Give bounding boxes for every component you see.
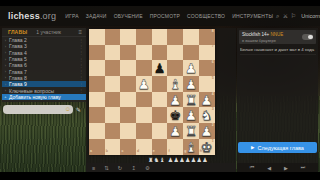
white-pawn-g5[interactable]: ♟ bbox=[183, 76, 199, 92]
square-h5[interactable]: 5 bbox=[199, 76, 215, 92]
chapter-options-icon[interactable]: ⋮ bbox=[79, 63, 83, 68]
white-rook-g4[interactable]: ♜ bbox=[183, 92, 199, 108]
menu-item-0[interactable]: ИГРА bbox=[65, 13, 78, 19]
square-a6[interactable] bbox=[89, 60, 105, 76]
square-c3[interactable] bbox=[120, 107, 136, 123]
chapter-label: Добавить новую главу bbox=[9, 94, 61, 100]
engine-text: Stockfish 14+ NNUE в вашем браузере bbox=[242, 32, 283, 43]
chapter-options-icon[interactable]: ⋮ bbox=[79, 50, 83, 55]
square-h1[interactable]: 1h♚ bbox=[199, 139, 215, 155]
square-b3[interactable] bbox=[105, 107, 121, 123]
square-d2[interactable] bbox=[136, 123, 152, 139]
square-c5[interactable] bbox=[120, 76, 136, 92]
square-g7[interactable] bbox=[183, 45, 199, 61]
next-move-icon[interactable]: ▶ bbox=[284, 165, 288, 171]
material-advantage: ♜♞♝ ♟♟♟♟♟♟♟ bbox=[148, 156, 208, 163]
square-f3[interactable]: ♚ bbox=[167, 107, 183, 123]
square-a1[interactable]: a bbox=[89, 139, 105, 155]
square-e2[interactable] bbox=[152, 123, 168, 139]
chapter-options-icon[interactable]: ⋮ bbox=[79, 69, 83, 74]
square-e6[interactable]: ♟ bbox=[152, 60, 168, 76]
video-frame: lichess.org ИГРАЗАДАЧИОБУЧЕНИЕПРОСМОТРСО… bbox=[0, 0, 320, 180]
square-c4[interactable] bbox=[120, 92, 136, 108]
chapter-label: Глава 4 bbox=[9, 50, 27, 56]
rank-label: 6 bbox=[212, 61, 214, 65]
square-c7[interactable] bbox=[120, 45, 136, 61]
smiley-icon[interactable]: ☺ bbox=[65, 106, 71, 112]
chapter-label: Глава 2 bbox=[9, 37, 27, 43]
square-f2[interactable]: ♟ bbox=[167, 123, 183, 139]
file-label: a bbox=[90, 150, 92, 154]
white-pawn-f4[interactable]: ♟ bbox=[167, 92, 183, 108]
square-g3[interactable]: ♟ bbox=[183, 107, 199, 123]
letterbox-bottom bbox=[0, 172, 320, 180]
white-pawn-f2[interactable]: ♟ bbox=[167, 123, 183, 139]
square-h6[interactable]: 6 bbox=[199, 60, 215, 76]
play-icon: ▶ bbox=[251, 145, 254, 150]
engine-subtitle: в вашем браузере bbox=[242, 38, 283, 43]
top-navbar: lichess.org ИГРАЗАДАЧИОБУЧЕНИЕПРОСМОТРСО… bbox=[0, 6, 320, 26]
square-e1[interactable]: e bbox=[152, 139, 168, 155]
board-panel: 87♟♟6♟♝♟5♟♜4♟♚♟3♞♟♜2♟abcdefg♝1h♚ ♜♞♝ ♟♟♟… bbox=[86, 28, 236, 172]
toggle-knob bbox=[308, 35, 313, 40]
square-d4[interactable] bbox=[136, 92, 152, 108]
prev-move-icon[interactable]: ◀ bbox=[267, 165, 271, 171]
navbar-icons: ⌕⚔⚐ bbox=[273, 12, 296, 20]
square-e3[interactable] bbox=[152, 107, 168, 123]
navbar-right: ⌕⚔⚐ Unicorn1Law ⋮ bbox=[273, 12, 320, 20]
square-g5[interactable]: ♟ bbox=[183, 76, 199, 92]
square-f6[interactable] bbox=[167, 60, 183, 76]
chapter-tick-icon: › bbox=[2, 57, 9, 62]
square-h8[interactable]: 8 bbox=[199, 29, 215, 45]
challenge-icon[interactable]: ⚔ bbox=[282, 13, 287, 19]
chapter-tick-icon: › bbox=[2, 75, 9, 80]
chapter-label: Ключевые вопросы bbox=[9, 88, 54, 94]
chapter-options-icon[interactable]: ⋮ bbox=[79, 38, 83, 43]
chapter-list: ›Глава 2⋮›Глава 3⋮›Глава 4⋮›Глава 5⋮›Гла… bbox=[2, 37, 86, 100]
file-label: c bbox=[121, 150, 123, 154]
chapter-options-icon[interactable]: ⋮ bbox=[79, 75, 83, 80]
square-h3[interactable]: 3♞ bbox=[199, 107, 215, 123]
square-b6[interactable] bbox=[105, 60, 121, 76]
square-g2[interactable]: ♜ bbox=[183, 123, 199, 139]
analysis-panel: Stockfish 14+ NNUE в вашем браузере Белы… bbox=[237, 28, 318, 172]
square-f1[interactable]: f bbox=[167, 139, 183, 155]
white-king-h1[interactable]: ♚ bbox=[199, 139, 215, 155]
menu-icon[interactable]: ≡ bbox=[92, 165, 95, 171]
square-g8[interactable] bbox=[183, 29, 199, 45]
engine-toggle[interactable] bbox=[302, 34, 313, 40]
analysis-icon[interactable]: ↻ bbox=[118, 165, 123, 171]
tab-members[interactable]: 1 участник bbox=[36, 29, 61, 35]
square-c1[interactable]: c bbox=[120, 139, 136, 155]
white-rook-g2[interactable]: ♜ bbox=[183, 123, 199, 139]
chapter-label: Глава 6 bbox=[9, 62, 27, 68]
sidebar-tabs: ГЛАВЫ 1 участник ≡ bbox=[2, 28, 86, 37]
chat-line: ☺ ✎ bbox=[3, 104, 85, 114]
square-b2[interactable] bbox=[105, 123, 121, 139]
menu-item-2[interactable]: ОБУЧЕНИЕ bbox=[114, 13, 143, 19]
square-g6[interactable]: ♟ bbox=[183, 60, 199, 76]
edit-pencil-icon[interactable]: ✎ bbox=[76, 106, 81, 113]
chess-board[interactable]: 87♟♟6♟♝♟5♟♜4♟♚♟3♞♟♜2♟abcdefg♝1h♚ bbox=[89, 29, 215, 155]
menu-item-4[interactable]: СООБЩЕСТВО bbox=[187, 13, 225, 19]
black-king-f3[interactable]: ♚ bbox=[167, 107, 183, 123]
square-f4[interactable]: ♟ bbox=[167, 92, 183, 108]
square-d1[interactable]: d bbox=[136, 139, 152, 155]
square-g4[interactable]: ♜ bbox=[183, 92, 199, 108]
square-b1[interactable]: b bbox=[105, 139, 121, 155]
rank-label: 5 bbox=[212, 77, 214, 81]
tab-chapters[interactable]: ГЛАВЫ bbox=[8, 29, 27, 35]
white-bishop-g1[interactable]: ♝ bbox=[183, 139, 199, 155]
square-f5[interactable]: ♝ bbox=[167, 76, 183, 92]
square-d5[interactable]: ♟ bbox=[136, 76, 152, 92]
square-b4[interactable] bbox=[105, 92, 121, 108]
chapter-options-icon[interactable]: ⋮ bbox=[79, 82, 83, 87]
rank-label: 7 bbox=[212, 45, 214, 49]
square-a5[interactable] bbox=[89, 76, 105, 92]
share-icon[interactable]: ↥ bbox=[131, 165, 136, 171]
menu-item-5[interactable]: ИНСТРУМЕНТЫ bbox=[232, 13, 273, 19]
lichess-logo[interactable]: lichess.org bbox=[8, 11, 56, 21]
square-d8[interactable] bbox=[136, 29, 152, 45]
square-c6[interactable] bbox=[120, 60, 136, 76]
menu-item-3[interactable]: ПРОСМОТР bbox=[150, 13, 180, 19]
file-label: f bbox=[168, 150, 169, 154]
menu-item-1[interactable]: ЗАДАЧИ bbox=[86, 13, 107, 19]
square-e7[interactable] bbox=[152, 45, 168, 61]
white-pawn-h4[interactable]: ♟ bbox=[199, 92, 215, 108]
chapter-options-icon[interactable]: ⋮ bbox=[79, 44, 83, 49]
chapter-description: Белые начинают и дают мат в 4 хода bbox=[240, 47, 316, 55]
white-knight-h3[interactable]: ♞ bbox=[199, 107, 215, 123]
square-e5[interactable] bbox=[152, 76, 168, 92]
study-sidebar: ГЛАВЫ 1 участник ≡ ›Глава 2⋮›Глава 3⋮›Гл… bbox=[2, 28, 86, 102]
square-c2[interactable] bbox=[120, 123, 136, 139]
chapter-label: Глава 5 bbox=[9, 56, 27, 62]
next-chapter-label: Следующая глава bbox=[258, 145, 304, 151]
main-menu: ИГРАЗАДАЧИОБУЧЕНИЕПРОСМОТРСООБЩЕСТВОИНСТ… bbox=[65, 13, 273, 19]
hamburger-icon[interactable]: ≡ bbox=[78, 29, 82, 35]
engine-name: Stockfish 14+ NNUE bbox=[242, 32, 283, 37]
square-d7[interactable] bbox=[136, 45, 152, 61]
square-f7[interactable] bbox=[167, 45, 183, 61]
file-label: d bbox=[137, 150, 139, 154]
chapter-tick-icon: › bbox=[2, 38, 9, 43]
chapter-options-icon[interactable]: ⋮ bbox=[79, 88, 83, 93]
file-label: e bbox=[153, 150, 155, 154]
settings-gear-icon[interactable]: ⚙ bbox=[145, 165, 150, 171]
first-move-icon[interactable]: ⏮ bbox=[250, 164, 255, 171]
chapter-options-icon[interactable]: ⋮ bbox=[79, 57, 83, 62]
last-move-icon[interactable]: ⏭ bbox=[301, 164, 306, 171]
white-pawn-d5[interactable]: ♟ bbox=[136, 76, 152, 92]
square-h4[interactable]: 4♟ bbox=[199, 92, 215, 108]
chapter-tick-icon: › bbox=[2, 63, 9, 68]
white-pawn-g3[interactable]: ♟ bbox=[183, 107, 199, 123]
white-pawn-g6[interactable]: ♟ bbox=[183, 60, 199, 76]
square-b8[interactable] bbox=[105, 29, 121, 45]
plus-icon: + bbox=[2, 94, 9, 99]
rank-label: 8 bbox=[212, 30, 214, 34]
chapter-label: Глава 9 bbox=[9, 81, 27, 87]
file-label: b bbox=[106, 150, 108, 154]
square-a4[interactable] bbox=[89, 92, 105, 108]
chapter-tick-icon: › bbox=[2, 88, 9, 93]
username[interactable]: Unicorn1Law bbox=[301, 13, 320, 19]
square-c8[interactable] bbox=[120, 29, 136, 45]
chapter-tick-icon: › bbox=[2, 82, 9, 87]
chapter-tick-icon: › bbox=[2, 69, 9, 74]
square-a7[interactable] bbox=[89, 45, 105, 61]
square-d3[interactable] bbox=[136, 107, 152, 123]
white-bishop-f5[interactable]: ♝ bbox=[167, 76, 183, 92]
square-a3[interactable] bbox=[89, 107, 105, 123]
add-chapter-row[interactable]: +Добавить новую главу bbox=[2, 94, 86, 100]
search-icon[interactable]: ⌕ bbox=[276, 13, 279, 19]
square-b7[interactable] bbox=[105, 45, 121, 61]
chat-input[interactable]: ☺ bbox=[3, 105, 73, 114]
next-chapter-button[interactable]: ▶ Следующая глава bbox=[238, 142, 317, 153]
flip-board-icon[interactable]: ⇅ bbox=[104, 165, 109, 171]
square-d6[interactable] bbox=[136, 60, 152, 76]
chapter-tick-icon: › bbox=[2, 50, 9, 55]
square-g1[interactable]: g♝ bbox=[183, 139, 199, 155]
move-navigation-bar: ⏮◀▶⏭ bbox=[237, 163, 318, 172]
square-e8[interactable] bbox=[152, 29, 168, 45]
square-h2[interactable]: 2♟ bbox=[199, 123, 215, 139]
chapter-label: Глава 7 bbox=[9, 69, 27, 75]
engine-box: Stockfish 14+ NNUE в вашем браузере bbox=[239, 30, 316, 44]
black-pawn-e6[interactable]: ♟ bbox=[152, 60, 168, 76]
white-pawn-h2[interactable]: ♟ bbox=[199, 123, 215, 139]
square-h7[interactable]: 7 bbox=[199, 45, 215, 61]
notifications-icon[interactable]: ⚐ bbox=[291, 13, 296, 19]
square-e4[interactable] bbox=[152, 92, 168, 108]
square-b5[interactable] bbox=[105, 76, 121, 92]
board-toolbar: ≡⇅↻↥⚙ bbox=[86, 163, 236, 172]
letterbox-top bbox=[0, 0, 320, 6]
chapter-label: Глава 8 bbox=[9, 75, 27, 81]
chapter-label: Глава 3 bbox=[9, 43, 27, 49]
square-a2[interactable] bbox=[89, 123, 105, 139]
chapter-tick-icon: › bbox=[2, 44, 9, 49]
square-a8[interactable] bbox=[89, 29, 105, 45]
square-f8[interactable] bbox=[167, 29, 183, 45]
